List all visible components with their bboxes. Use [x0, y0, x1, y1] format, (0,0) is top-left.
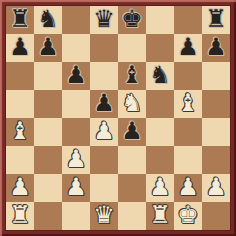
square-g5[interactable]: ♝ [174, 90, 202, 118]
square-a5[interactable] [6, 90, 34, 118]
square-b4[interactable] [34, 118, 62, 146]
square-f7[interactable] [146, 34, 174, 62]
square-g1[interactable]: ♚ [174, 202, 202, 230]
square-f3[interactable] [146, 146, 174, 174]
square-f5[interactable] [146, 90, 174, 118]
piece-white-pawn[interactable]: ♟ [62, 174, 90, 202]
square-h7[interactable]: ♟ [202, 34, 230, 62]
square-e1[interactable] [118, 202, 146, 230]
square-a3[interactable] [6, 146, 34, 174]
square-h1[interactable] [202, 202, 230, 230]
piece-white-bishop[interactable]: ♝ [174, 90, 202, 118]
square-c3[interactable]: ♟ [62, 146, 90, 174]
square-g3[interactable] [174, 146, 202, 174]
square-d3[interactable] [90, 146, 118, 174]
piece-black-pawn[interactable]: ♟ [6, 34, 34, 62]
piece-black-pawn[interactable]: ♟ [34, 34, 62, 62]
square-e3[interactable] [118, 146, 146, 174]
square-e2[interactable] [118, 174, 146, 202]
square-c1[interactable] [62, 202, 90, 230]
square-h6[interactable] [202, 62, 230, 90]
square-h3[interactable] [202, 146, 230, 174]
square-g2[interactable]: ♟ [174, 174, 202, 202]
piece-black-bishop[interactable]: ♝ [118, 62, 146, 90]
piece-white-king[interactable]: ♚ [174, 202, 202, 230]
square-d5[interactable]: ♟ [90, 90, 118, 118]
piece-black-pawn[interactable]: ♟ [118, 118, 146, 146]
chess-board: ♜♞♛♚♜♟♟♟♟♟♝♞♟♞♝♝♟♟♟♟♟♟♟♟♜♛♜♚ [6, 6, 230, 230]
chess-board-frame: ♜♞♛♚♜♟♟♟♟♟♝♞♟♞♝♝♟♟♟♟♟♟♟♟♜♛♜♚ [0, 0, 236, 236]
piece-black-pawn[interactable]: ♟ [202, 34, 230, 62]
piece-white-pawn[interactable]: ♟ [146, 174, 174, 202]
square-g8[interactable] [174, 6, 202, 34]
piece-black-queen[interactable]: ♛ [90, 6, 118, 34]
square-h2[interactable]: ♟ [202, 174, 230, 202]
square-g7[interactable]: ♟ [174, 34, 202, 62]
piece-white-pawn[interactable]: ♟ [62, 146, 90, 174]
square-c6[interactable]: ♟ [62, 62, 90, 90]
square-c7[interactable] [62, 34, 90, 62]
square-c8[interactable] [62, 6, 90, 34]
square-e6[interactable]: ♝ [118, 62, 146, 90]
square-c2[interactable]: ♟ [62, 174, 90, 202]
square-b7[interactable]: ♟ [34, 34, 62, 62]
square-b8[interactable]: ♞ [34, 6, 62, 34]
square-a4[interactable]: ♝ [6, 118, 34, 146]
square-b3[interactable] [34, 146, 62, 174]
piece-black-king[interactable]: ♚ [118, 6, 146, 34]
square-a8[interactable]: ♜ [6, 6, 34, 34]
piece-black-rook[interactable]: ♜ [202, 6, 230, 34]
square-e4[interactable]: ♟ [118, 118, 146, 146]
piece-black-pawn[interactable]: ♟ [62, 62, 90, 90]
square-e7[interactable] [118, 34, 146, 62]
piece-white-queen[interactable]: ♛ [90, 202, 118, 230]
square-e5[interactable]: ♞ [118, 90, 146, 118]
square-f4[interactable] [146, 118, 174, 146]
square-h8[interactable]: ♜ [202, 6, 230, 34]
square-h4[interactable] [202, 118, 230, 146]
square-g4[interactable] [174, 118, 202, 146]
piece-white-rook[interactable]: ♜ [6, 202, 34, 230]
square-d2[interactable] [90, 174, 118, 202]
square-h5[interactable] [202, 90, 230, 118]
piece-white-bishop[interactable]: ♝ [6, 118, 34, 146]
square-c5[interactable] [62, 90, 90, 118]
piece-white-pawn[interactable]: ♟ [174, 174, 202, 202]
square-d8[interactable]: ♛ [90, 6, 118, 34]
square-c4[interactable] [62, 118, 90, 146]
piece-black-pawn[interactable]: ♟ [90, 90, 118, 118]
square-d4[interactable]: ♟ [90, 118, 118, 146]
square-b1[interactable] [34, 202, 62, 230]
square-d6[interactable] [90, 62, 118, 90]
square-b5[interactable] [34, 90, 62, 118]
square-f8[interactable] [146, 6, 174, 34]
square-b6[interactable] [34, 62, 62, 90]
square-g6[interactable] [174, 62, 202, 90]
square-e8[interactable]: ♚ [118, 6, 146, 34]
square-a7[interactable]: ♟ [6, 34, 34, 62]
square-f2[interactable]: ♟ [146, 174, 174, 202]
piece-white-knight[interactable]: ♞ [118, 90, 146, 118]
piece-black-knight[interactable]: ♞ [34, 6, 62, 34]
piece-black-knight[interactable]: ♞ [146, 62, 174, 90]
piece-white-rook[interactable]: ♜ [146, 202, 174, 230]
square-a2[interactable]: ♟ [6, 174, 34, 202]
square-a6[interactable] [6, 62, 34, 90]
piece-white-pawn[interactable]: ♟ [90, 118, 118, 146]
piece-white-pawn[interactable]: ♟ [6, 174, 34, 202]
square-d1[interactable]: ♛ [90, 202, 118, 230]
piece-black-rook[interactable]: ♜ [6, 6, 34, 34]
piece-white-pawn[interactable]: ♟ [202, 174, 230, 202]
square-b2[interactable] [34, 174, 62, 202]
square-f6[interactable]: ♞ [146, 62, 174, 90]
square-a1[interactable]: ♜ [6, 202, 34, 230]
piece-black-pawn[interactable]: ♟ [174, 34, 202, 62]
square-f1[interactable]: ♜ [146, 202, 174, 230]
square-d7[interactable] [90, 34, 118, 62]
